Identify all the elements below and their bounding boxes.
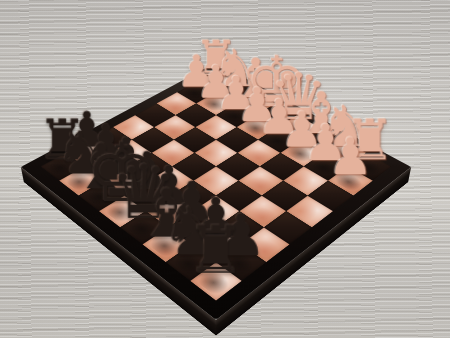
pieces-layer: ♜♞♝♚♛♝♞♜♟♟♟♟♟♟♟♟♟♟♟♟♟♟♟♟♜♞♝♚♛♝♞♜: [41, 72, 392, 302]
piece-black-rook: ♜: [190, 262, 242, 300]
photo-background: ♜♞♝♚♛♝♞♜♟♟♟♟♟♟♟♟♟♟♟♟♟♟♟♟♜♞♝♚♛♝♞♜: [0, 0, 450, 338]
black-rook-glyph: ♜: [187, 217, 246, 283]
pink-pawn-glyph: ♟: [328, 131, 374, 182]
scene-3d: ♜♞♝♚♛♝♞♜♟♟♟♟♟♟♟♟♟♟♟♟♟♟♟♟♜♞♝♚♛♝♞♜: [0, 0, 450, 338]
chess-board: ♜♞♝♚♛♝♞♜♟♟♟♟♟♟♟♟♟♟♟♟♟♟♟♟♜♞♝♚♛♝♞♜: [21, 63, 411, 320]
